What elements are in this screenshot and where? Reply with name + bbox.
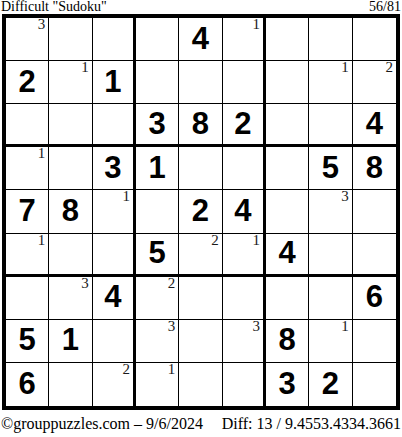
sudoku-board: 3412111238241315878124315214342651338162… bbox=[2, 14, 400, 410]
cell-r7c2[interactable]: 3 bbox=[49, 277, 92, 320]
pencil-mark: 1 bbox=[341, 318, 349, 335]
cell-r5c9[interactable] bbox=[353, 190, 396, 233]
cell-r2c1[interactable]: 2 bbox=[6, 61, 49, 104]
given-digit: 6 bbox=[19, 368, 36, 399]
cell-r9c6[interactable] bbox=[223, 363, 266, 406]
cell-r5c8[interactable]: 3 bbox=[309, 190, 352, 233]
pencil-mark: 1 bbox=[252, 16, 260, 33]
pencil-mark: 3 bbox=[81, 275, 89, 292]
cell-r1c3[interactable] bbox=[93, 18, 136, 61]
cell-r8c5[interactable] bbox=[179, 320, 222, 363]
given-digit: 2 bbox=[19, 66, 36, 97]
pencil-mark: 1 bbox=[38, 145, 46, 162]
given-digit: 8 bbox=[366, 152, 383, 183]
cell-r9c7[interactable]: 3 bbox=[266, 363, 309, 406]
footer-difficulty: Diff: 13 / 9.4553.4334.3661 bbox=[222, 414, 401, 433]
cell-r8c7[interactable]: 8 bbox=[266, 320, 309, 363]
given-digit: 2 bbox=[234, 108, 251, 139]
cell-r6c1[interactable]: 1 bbox=[6, 234, 49, 277]
footer-credit: ©grouppuzzles.com – 9/6/2024 bbox=[1, 414, 203, 433]
cell-r2c9[interactable]: 2 bbox=[353, 61, 396, 104]
cell-r4c2[interactable] bbox=[49, 147, 92, 190]
pencil-mark: 1 bbox=[168, 361, 176, 378]
cell-r6c6[interactable]: 1 bbox=[223, 234, 266, 277]
given-digit: 1 bbox=[104, 66, 121, 97]
cell-r7c3[interactable]: 4 bbox=[93, 277, 136, 320]
remaining-counter: 56/81 bbox=[369, 0, 401, 13]
cell-r2c3[interactable]: 1 bbox=[93, 61, 136, 104]
cell-r3c1[interactable] bbox=[6, 104, 49, 147]
pencil-mark: 3 bbox=[38, 16, 46, 33]
given-digit: 3 bbox=[279, 368, 296, 399]
cell-r3c7[interactable] bbox=[266, 104, 309, 147]
cell-r5c7[interactable] bbox=[266, 190, 309, 233]
cell-r3c9[interactable]: 4 bbox=[353, 104, 396, 147]
cell-r9c5[interactable] bbox=[179, 363, 222, 406]
cell-r2c2[interactable]: 1 bbox=[49, 61, 92, 104]
cell-r2c5[interactable] bbox=[179, 61, 222, 104]
given-digit: 2 bbox=[322, 368, 339, 399]
cell-r1c7[interactable] bbox=[266, 18, 309, 61]
page-title: Difficult "Sudoku" bbox=[1, 0, 107, 13]
cell-r3c3[interactable] bbox=[93, 104, 136, 147]
cell-r9c3[interactable]: 2 bbox=[93, 363, 136, 406]
cell-r7c6[interactable] bbox=[223, 277, 266, 320]
pencil-mark: 3 bbox=[252, 318, 260, 335]
pencil-mark: 1 bbox=[341, 59, 349, 76]
cell-r7c5[interactable] bbox=[179, 277, 222, 320]
cell-r1c5[interactable]: 4 bbox=[179, 18, 222, 61]
cell-r6c8[interactable] bbox=[309, 234, 352, 277]
header: Difficult "Sudoku" 56/81 bbox=[0, 0, 402, 14]
pencil-mark: 2 bbox=[211, 232, 219, 249]
cell-r8c8[interactable]: 1 bbox=[309, 320, 352, 363]
cell-r2c4[interactable] bbox=[136, 61, 179, 104]
cell-r4c3[interactable]: 3 bbox=[93, 147, 136, 190]
given-digit: 2 bbox=[192, 195, 209, 226]
cell-r7c8[interactable] bbox=[309, 277, 352, 320]
cell-r6c5[interactable]: 2 bbox=[179, 234, 222, 277]
cell-r4c6[interactable] bbox=[223, 147, 266, 190]
cell-r2c6[interactable] bbox=[223, 61, 266, 104]
cell-r9c2[interactable] bbox=[49, 363, 92, 406]
cell-r7c9[interactable]: 6 bbox=[353, 277, 396, 320]
cell-r7c1[interactable] bbox=[6, 277, 49, 320]
cell-r3c2[interactable] bbox=[49, 104, 92, 147]
given-digit: 4 bbox=[234, 195, 251, 226]
cell-r1c4[interactable] bbox=[136, 18, 179, 61]
pencil-mark: 2 bbox=[168, 275, 176, 292]
given-digit: 3 bbox=[149, 108, 166, 139]
cell-r4c7[interactable] bbox=[266, 147, 309, 190]
cell-r8c6[interactable]: 3 bbox=[223, 320, 266, 363]
given-digit: 1 bbox=[149, 152, 166, 183]
pencil-mark: 1 bbox=[122, 188, 130, 205]
sudoku-page: Difficult "Sudoku" 56/81 341211123824131… bbox=[0, 0, 402, 437]
cell-r4c1[interactable]: 1 bbox=[6, 147, 49, 190]
cell-r7c7[interactable] bbox=[266, 277, 309, 320]
pencil-mark: 1 bbox=[252, 232, 260, 249]
pencil-mark: 2 bbox=[122, 361, 130, 378]
given-digit: 4 bbox=[104, 281, 121, 312]
cell-r1c8[interactable] bbox=[309, 18, 352, 61]
cell-r6c2[interactable] bbox=[49, 234, 92, 277]
cell-r9c8[interactable]: 2 bbox=[309, 363, 352, 406]
cell-r1c2[interactable] bbox=[49, 18, 92, 61]
given-digit: 8 bbox=[62, 195, 79, 226]
cell-r9c1[interactable]: 6 bbox=[6, 363, 49, 406]
cell-r8c1[interactable]: 5 bbox=[6, 320, 49, 363]
cell-r4c4[interactable]: 1 bbox=[136, 147, 179, 190]
cell-r5c1[interactable]: 7 bbox=[6, 190, 49, 233]
pencil-mark: 3 bbox=[341, 188, 349, 205]
given-digit: 3 bbox=[104, 152, 121, 183]
given-digit: 4 bbox=[279, 237, 296, 268]
given-digit: 4 bbox=[192, 23, 209, 54]
given-digit: 5 bbox=[19, 324, 36, 355]
given-digit: 7 bbox=[19, 195, 36, 226]
cell-r4c9[interactable]: 8 bbox=[353, 147, 396, 190]
cell-r3c8[interactable] bbox=[309, 104, 352, 147]
given-digit: 5 bbox=[149, 237, 166, 268]
cell-r3c5[interactable]: 8 bbox=[179, 104, 222, 147]
cell-r5c2[interactable]: 8 bbox=[49, 190, 92, 233]
cell-r4c8[interactable]: 5 bbox=[309, 147, 352, 190]
cell-r1c1[interactable]: 3 bbox=[6, 18, 49, 61]
cell-r8c9[interactable] bbox=[353, 320, 396, 363]
cell-r7c4[interactable]: 2 bbox=[136, 277, 179, 320]
cell-r1c6[interactable]: 1 bbox=[223, 18, 266, 61]
cell-r6c9[interactable] bbox=[353, 234, 396, 277]
pencil-mark: 2 bbox=[385, 59, 393, 76]
cell-r6c3[interactable] bbox=[93, 234, 136, 277]
cell-r1c9[interactable] bbox=[353, 18, 396, 61]
given-digit: 1 bbox=[62, 324, 79, 355]
pencil-mark: 1 bbox=[38, 232, 46, 249]
given-digit: 6 bbox=[366, 281, 383, 312]
cell-r3c4[interactable]: 3 bbox=[136, 104, 179, 147]
cell-r3c6[interactable]: 2 bbox=[223, 104, 266, 147]
pencil-mark: 3 bbox=[168, 318, 176, 335]
cell-r8c2[interactable]: 1 bbox=[49, 320, 92, 363]
cell-r6c4[interactable]: 5 bbox=[136, 234, 179, 277]
cell-r5c5[interactable]: 2 bbox=[179, 190, 222, 233]
given-digit: 5 bbox=[322, 152, 339, 183]
cell-r2c8[interactable]: 1 bbox=[309, 61, 352, 104]
cell-r9c4[interactable]: 1 bbox=[136, 363, 179, 406]
cell-r4c5[interactable] bbox=[179, 147, 222, 190]
given-digit: 8 bbox=[279, 324, 296, 355]
cell-r5c3[interactable]: 1 bbox=[93, 190, 136, 233]
cell-r8c3[interactable] bbox=[93, 320, 136, 363]
given-digit: 4 bbox=[366, 108, 383, 139]
footer: ©grouppuzzles.com – 9/6/2024 Diff: 13 / … bbox=[0, 414, 402, 437]
cell-r5c4[interactable] bbox=[136, 190, 179, 233]
cell-r5c6[interactable]: 4 bbox=[223, 190, 266, 233]
cell-r6c7[interactable]: 4 bbox=[266, 234, 309, 277]
cell-r2c7[interactable] bbox=[266, 61, 309, 104]
cell-r8c4[interactable]: 3 bbox=[136, 320, 179, 363]
given-digit: 8 bbox=[192, 108, 209, 139]
pencil-mark: 1 bbox=[81, 59, 89, 76]
cell-r9c9[interactable] bbox=[353, 363, 396, 406]
